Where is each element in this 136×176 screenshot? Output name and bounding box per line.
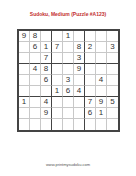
sudoku-cell-r9c9 — [107, 119, 118, 130]
sudoku-cell-r2c4: 7 — [52, 42, 63, 53]
sudoku-cell-r3c8 — [96, 53, 107, 64]
sudoku-cell-r3c9 — [107, 53, 118, 64]
sudoku-cell-r9c6 — [74, 119, 85, 130]
sudoku-cell-r3c6: 3 — [74, 53, 85, 64]
sudoku-cell-r9c3 — [41, 119, 52, 130]
sudoku-cell-r8c4 — [52, 108, 63, 119]
sudoku-cell-r4c7 — [85, 64, 96, 75]
sudoku-cell-r6c8 — [96, 86, 107, 97]
sudoku-cell-r3c7 — [85, 53, 96, 64]
sudoku-cell-r7c5 — [63, 97, 74, 108]
sudoku-cell-r8c5 — [63, 108, 74, 119]
sudoku-cell-r5c6 — [74, 75, 85, 86]
sudoku-cell-r2c6: 8 — [74, 42, 85, 53]
sudoku-cell-r6c4: 1 — [52, 86, 63, 97]
sudoku-cell-r9c7 — [85, 119, 96, 130]
sudoku-cell-r5c1 — [19, 75, 30, 86]
sudoku-cell-r4c8 — [96, 64, 107, 75]
sudoku-cell-r6c3 — [41, 86, 52, 97]
sudoku-cell-r6c6: 4 — [74, 86, 85, 97]
sudoku-cell-r4c4 — [52, 64, 63, 75]
sudoku-cell-r7c3: 4 — [41, 97, 52, 108]
sudoku-cell-r9c2 — [30, 119, 41, 130]
sudoku-cell-r3c5 — [63, 53, 74, 64]
sudoku-cell-r5c4 — [52, 75, 63, 86]
sudoku-cell-r1c6 — [74, 31, 85, 42]
sudoku-cell-r9c1 — [19, 119, 30, 130]
sudoku-cell-r8c6 — [74, 108, 85, 119]
sudoku-cell-r1c8 — [96, 31, 107, 42]
sudoku-cell-r4c9 — [107, 64, 118, 75]
sudoku-cell-r5c3: 6 — [41, 75, 52, 86]
sudoku-cell-r3c3: 7 — [41, 53, 52, 64]
sudoku-cell-r6c7 — [85, 86, 96, 97]
sudoku-cell-r3c1 — [19, 53, 30, 64]
sudoku-cell-r1c1: 9 — [19, 31, 30, 42]
sudoku-cell-r2c1 — [19, 42, 30, 53]
sudoku-cell-r3c4 — [52, 53, 63, 64]
sudoku-cell-r7c9: 5 — [107, 97, 118, 108]
sudoku-cell-r4c1 — [19, 64, 30, 75]
sudoku-cell-r5c5: 3 — [63, 75, 74, 86]
sudoku-cell-r2c9: 3 — [107, 42, 118, 53]
sudoku-cell-r8c7: 6 — [85, 108, 96, 119]
sudoku-cell-r7c1: 1 — [19, 97, 30, 108]
sudoku-cell-r7c2 — [30, 97, 41, 108]
sudoku-cell-r6c2 — [30, 86, 41, 97]
sudoku-cell-r1c3 — [41, 31, 52, 42]
sudoku-cell-r2c8 — [96, 42, 107, 53]
sudoku-cell-r7c7: 7 — [85, 97, 96, 108]
sudoku-cell-r1c9 — [107, 31, 118, 42]
sudoku-cell-r2c7: 2 — [85, 42, 96, 53]
sudoku-board: 9816178237348963416414795961 — [17, 29, 120, 132]
sudoku-cell-r9c8 — [96, 119, 107, 130]
sudoku-cell-r8c2 — [30, 108, 41, 119]
sudoku-cell-r3c2 — [30, 53, 41, 64]
sudoku-cell-r6c5: 6 — [63, 86, 74, 97]
sudoku-cell-r9c5 — [63, 119, 74, 130]
sudoku-cell-r2c2: 6 — [30, 42, 41, 53]
sudoku-cell-r8c1 — [19, 108, 30, 119]
footer-url: www.printmysudoku.com — [0, 162, 136, 167]
sudoku-sheet: Sudoku, Medium (Puzzle #A123) 9816178237… — [0, 0, 136, 176]
sudoku-cell-r1c2: 8 — [30, 31, 41, 42]
sudoku-cell-r4c5 — [63, 64, 74, 75]
sudoku-cell-r1c4 — [52, 31, 63, 42]
sudoku-cell-r4c3: 8 — [41, 64, 52, 75]
sudoku-cell-r8c9 — [107, 108, 118, 119]
sudoku-cell-r6c9 — [107, 86, 118, 97]
sudoku-cell-r1c7 — [85, 31, 96, 42]
sudoku-cell-r7c6 — [74, 97, 85, 108]
sudoku-cell-r2c5 — [63, 42, 74, 53]
sudoku-cell-r5c9 — [107, 75, 118, 86]
sudoku-cell-r2c3: 1 — [41, 42, 52, 53]
sudoku-cell-r8c8: 1 — [96, 108, 107, 119]
puzzle-title: Sudoku, Medium (Puzzle #A123) — [0, 11, 136, 17]
sudoku-cell-r4c6: 9 — [74, 64, 85, 75]
sudoku-cell-r5c7 — [85, 75, 96, 86]
sudoku-cell-r9c4 — [52, 119, 63, 130]
sudoku-cell-r7c4 — [52, 97, 63, 108]
sudoku-cell-r1c5: 1 — [63, 31, 74, 42]
sudoku-cell-r4c2: 4 — [30, 64, 41, 75]
sudoku-cell-r8c3: 9 — [41, 108, 52, 119]
sudoku-cell-r6c1 — [19, 86, 30, 97]
sudoku-cell-r5c2 — [30, 75, 41, 86]
sudoku-cell-r5c8: 4 — [96, 75, 107, 86]
sudoku-cell-r7c8: 9 — [96, 97, 107, 108]
